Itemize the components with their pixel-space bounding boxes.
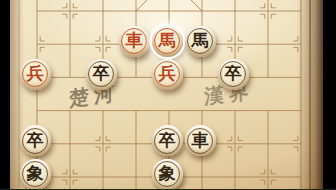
piece-glyph: 象 (159, 165, 176, 182)
pieces-layer: 車馬馬兵卒兵卒卒卒車象象 (10, 0, 323, 189)
piece-glyph: 卒 (93, 65, 110, 82)
piece-glyph: 車 (192, 132, 209, 149)
piece-black-elephant[interactable]: 象 (20, 159, 51, 190)
piece-glyph: 卒 (225, 65, 242, 82)
piece-black-horse[interactable]: 馬 (185, 26, 216, 57)
piece-glyph: 象 (27, 165, 44, 182)
letterbox-left (0, 0, 10, 189)
piece-red-chariot[interactable]: 車 (119, 26, 150, 57)
piece-glyph: 兵 (27, 65, 44, 82)
piece-black-soldier[interactable]: 卒 (218, 59, 249, 90)
piece-red-soldier[interactable]: 兵 (20, 59, 51, 90)
piece-glyph: 兵 (159, 65, 176, 82)
piece-black-soldier[interactable]: 卒 (20, 125, 51, 156)
piece-red-soldier[interactable]: 兵 (152, 59, 183, 90)
xiangqi-board[interactable]: 楚河 漢界 車馬馬兵卒兵卒卒卒車象象 (10, 0, 323, 189)
piece-black-soldier[interactable]: 卒 (152, 125, 183, 156)
piece-glyph: 卒 (159, 132, 176, 149)
piece-red-horse[interactable]: 馬 (152, 26, 183, 57)
piece-black-soldier[interactable]: 卒 (86, 59, 117, 90)
piece-glyph: 卒 (27, 132, 44, 149)
letterbox-right (323, 0, 336, 189)
screenshot-root: 楚河 漢界 車馬馬兵卒兵卒卒卒車象象 (0, 0, 336, 189)
piece-black-chariot[interactable]: 車 (185, 125, 216, 156)
piece-black-elephant[interactable]: 象 (152, 159, 183, 190)
piece-glyph: 馬 (192, 32, 209, 49)
piece-glyph: 馬 (159, 32, 176, 49)
piece-glyph: 車 (126, 32, 143, 49)
